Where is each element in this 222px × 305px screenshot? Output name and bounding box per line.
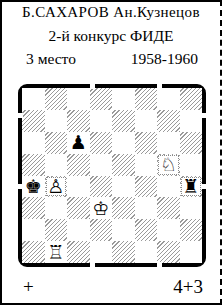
square-e7	[112, 110, 135, 132]
border-notch	[201, 184, 207, 189]
square-d6	[90, 132, 113, 154]
square-d2	[90, 219, 113, 241]
square-g1	[157, 241, 180, 263]
piece-black-rook: ♜	[180, 176, 203, 198]
square-h2	[180, 219, 203, 241]
square-a3	[22, 197, 45, 219]
square-a5	[22, 154, 45, 176]
square-a6	[22, 132, 45, 154]
square-f8	[135, 88, 158, 110]
square-g3	[157, 197, 180, 219]
square-g2	[157, 219, 180, 241]
square-b3	[45, 197, 68, 219]
square-b5	[45, 154, 68, 176]
square-a8	[22, 88, 45, 110]
place-label: 3 место	[26, 50, 76, 68]
square-c2	[67, 219, 90, 241]
square-h1	[180, 241, 203, 263]
border-notch	[201, 113, 207, 118]
square-h8	[180, 88, 203, 110]
square-b2	[45, 219, 68, 241]
square-b7	[45, 110, 68, 132]
square-e3	[112, 197, 135, 219]
square-g6	[157, 132, 180, 154]
border-notch	[90, 262, 95, 268]
square-d1	[90, 241, 113, 263]
piece-white-pawn: ♙	[45, 176, 68, 198]
square-h7	[180, 110, 203, 132]
square-e1	[112, 241, 135, 263]
square-f6	[135, 132, 158, 154]
square-h6	[180, 132, 203, 154]
material-count-label: 4+3	[173, 276, 203, 298]
square-a2	[22, 219, 45, 241]
piece-white-king: ♔	[90, 197, 113, 219]
square-c4	[67, 176, 90, 198]
square-f7	[135, 110, 158, 132]
square-a1	[22, 241, 45, 263]
square-a4: ♚	[22, 176, 45, 198]
border-notch	[17, 184, 23, 189]
square-g8	[157, 88, 180, 110]
square-e8	[112, 88, 135, 110]
square-g7	[157, 110, 180, 132]
square-f3	[135, 197, 158, 219]
piece-black-king: ♚	[22, 176, 45, 198]
square-d8	[90, 88, 113, 110]
square-d3: ♔	[90, 197, 113, 219]
border-notch	[157, 83, 162, 89]
study-diagram-card: Б.САХАРОВ Ан.Кузнецов 2-й конкурс ФИДЕ 3…	[0, 0, 222, 305]
stipulation-label: +	[23, 276, 34, 298]
event-title: 2-й конкурс ФИДЕ	[2, 27, 220, 45]
square-d4	[90, 176, 113, 198]
square-e2	[112, 219, 135, 241]
piece-white-knight: ♘	[157, 154, 180, 176]
border-notch	[90, 83, 95, 89]
square-d5	[90, 154, 113, 176]
square-b8	[45, 88, 68, 110]
square-c7	[67, 110, 90, 132]
square-c8	[67, 88, 90, 110]
square-h3	[180, 197, 203, 219]
piece-black-pawn: ♟	[67, 132, 90, 154]
authors-title: Б.САХАРОВ Ан.Кузнецов	[2, 4, 220, 21]
square-d7	[90, 110, 113, 132]
square-f1	[135, 241, 158, 263]
square-c3	[67, 197, 90, 219]
square-a7	[22, 110, 45, 132]
border-notch	[17, 113, 23, 118]
square-c1	[67, 241, 90, 263]
square-e6	[112, 132, 135, 154]
square-b4: ♙	[45, 176, 68, 198]
square-e5	[112, 154, 135, 176]
piece-white-rook: ♖	[45, 241, 68, 263]
square-b1: ♖	[45, 241, 68, 263]
square-f4	[135, 176, 158, 198]
square-h4: ♜	[180, 176, 203, 198]
header-row-3: 3 место 1958-1960	[2, 50, 220, 68]
square-g4	[157, 176, 180, 198]
square-h5	[180, 154, 203, 176]
border-notch	[157, 262, 162, 268]
square-f2	[135, 219, 158, 241]
square-b6	[45, 132, 68, 154]
square-f5	[135, 154, 158, 176]
square-e4	[112, 176, 135, 198]
chess-board: ♟♘♚♙♜♔♖	[22, 88, 202, 263]
square-g5: ♘	[157, 154, 180, 176]
square-c5	[67, 154, 90, 176]
diagram-footer: + 4+3	[2, 276, 220, 298]
years-label: 1958-1960	[131, 50, 198, 68]
chess-board-frame: ♟♘♚♙♜♔♖	[18, 84, 206, 267]
square-c6: ♟	[67, 132, 90, 154]
